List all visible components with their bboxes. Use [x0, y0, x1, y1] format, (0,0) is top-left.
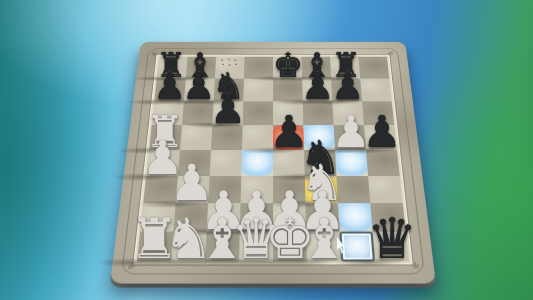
piece-black-pawn-h5[interactable]: ♟	[355, 110, 409, 154]
chess-scene: « « « « ♜♝♚♝♜♟♟♞♟♟♟♟♟♞♛♜♟♟♟♞♟♟♟♟♜♞♝♛♚♝	[0, 0, 533, 300]
piece-black-pawn-g7[interactable]: ♟	[324, 68, 371, 105]
piece-black-queen-h1[interactable]: ♛	[359, 211, 425, 267]
square-h3[interactable]	[368, 176, 403, 203]
piece-black-pawn-c6[interactable]: ♟	[203, 89, 253, 129]
